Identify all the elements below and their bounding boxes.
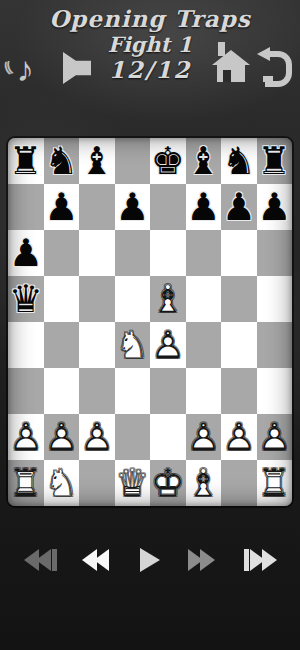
square-g3[interactable] — [221, 368, 257, 414]
white-pawn-g2: ♟♙ — [221, 414, 257, 460]
white-pawn-c2: ♟♙ — [79, 414, 115, 460]
white-bishop-e5: ♝♗ — [150, 276, 186, 322]
home-door — [223, 70, 231, 82]
lesson-subtitle: Fight 1 — [0, 32, 300, 57]
black-bishop-c8: ♝ — [79, 138, 115, 184]
square-h7[interactable]: ♟ — [257, 184, 293, 230]
square-d7[interactable]: ♟ — [115, 184, 151, 230]
square-f3[interactable] — [186, 368, 222, 414]
black-bishop-f8: ♝ — [186, 138, 222, 184]
black-rook-h8: ♜ — [257, 138, 293, 184]
square-b3[interactable] — [44, 368, 80, 414]
black-king-e8: ♚ — [150, 138, 186, 184]
square-f4[interactable] — [186, 322, 222, 368]
skip-to-end-button-bar-shape — [244, 549, 249, 571]
square-a2[interactable]: ♟♙ — [8, 414, 44, 460]
square-a1[interactable]: ♜♖ — [8, 460, 44, 506]
square-e1[interactable]: ♚♔ — [150, 460, 186, 506]
undo-icon[interactable] — [257, 46, 293, 86]
square-a8[interactable]: ♜ — [8, 138, 44, 184]
square-e8[interactable]: ♚ — [150, 138, 186, 184]
step-back-button-tri-left-shape — [94, 549, 109, 571]
white-rook-h1: ♜♖ — [257, 460, 293, 506]
square-f7[interactable]: ♟ — [186, 184, 222, 230]
square-h8[interactable]: ♜ — [257, 138, 293, 184]
black-rook-a8: ♜ — [8, 138, 44, 184]
white-knight-b1: ♞♘ — [44, 460, 80, 506]
square-f2[interactable]: ♟♙ — [186, 414, 222, 460]
square-e5[interactable]: ♝♗ — [150, 276, 186, 322]
skip-to-end-button-tri-right-shape — [262, 549, 277, 571]
square-d5[interactable] — [115, 276, 151, 322]
square-d8[interactable] — [115, 138, 151, 184]
square-g1[interactable] — [221, 460, 257, 506]
play-button-tri-play-shape — [140, 548, 160, 572]
square-a5[interactable]: ♛ — [8, 276, 44, 322]
app-screen: Opening Traps Fight 1 12/12 ♪(( ♜♞♝♚♝♞♜♟… — [0, 0, 300, 650]
square-e2[interactable] — [150, 414, 186, 460]
square-c4[interactable] — [79, 322, 115, 368]
square-e6[interactable] — [150, 230, 186, 276]
square-f8[interactable]: ♝ — [186, 138, 222, 184]
square-g4[interactable] — [221, 322, 257, 368]
black-pawn-g7: ♟ — [221, 184, 257, 230]
white-pawn-b2: ♟♙ — [44, 414, 80, 460]
square-h2[interactable]: ♟♙ — [257, 414, 293, 460]
square-a4[interactable] — [8, 322, 44, 368]
rewind-to-start-button-bar-shape — [52, 549, 57, 571]
undo-tail — [263, 76, 273, 82]
square-h4[interactable] — [257, 322, 293, 368]
square-c8[interactable]: ♝ — [79, 138, 115, 184]
square-a6[interactable]: ♟ — [8, 230, 44, 276]
white-pawn-h2: ♟♙ — [257, 414, 293, 460]
square-b4[interactable] — [44, 322, 80, 368]
move-progress-counter: 12/12 — [0, 56, 300, 83]
black-pawn-f7: ♟ — [186, 184, 222, 230]
white-bishop-f1: ♝♗ — [186, 460, 222, 506]
square-c2[interactable]: ♟♙ — [79, 414, 115, 460]
square-d3[interactable] — [115, 368, 151, 414]
square-b7[interactable]: ♟ — [44, 184, 80, 230]
playback-controls — [0, 545, 300, 577]
music-note-icon[interactable]: ♪(( — [8, 48, 42, 90]
black-knight-g8: ♞ — [221, 138, 257, 184]
black-queen-a5: ♛ — [8, 276, 44, 322]
skip-to-end-button[interactable] — [243, 545, 274, 575]
home-body — [217, 64, 245, 82]
undo-arrowhead — [257, 47, 270, 61]
square-g7[interactable]: ♟ — [221, 184, 257, 230]
step-back-button[interactable] — [85, 545, 109, 575]
white-queen-d1: ♛♕ — [115, 460, 151, 506]
white-pawn-a2: ♟♙ — [8, 414, 44, 460]
square-h5[interactable] — [257, 276, 293, 322]
music-note-glyph: ♪ — [16, 49, 34, 88]
black-pawn-h7: ♟ — [257, 184, 293, 230]
play-button[interactable] — [140, 545, 160, 575]
square-g5[interactable] — [221, 276, 257, 322]
square-d6[interactable] — [115, 230, 151, 276]
square-b2[interactable]: ♟♙ — [44, 414, 80, 460]
page-title: Opening Traps — [0, 5, 300, 32]
square-d2[interactable] — [115, 414, 151, 460]
square-b8[interactable]: ♞ — [44, 138, 80, 184]
square-c5[interactable] — [79, 276, 115, 322]
square-f5[interactable] — [186, 276, 222, 322]
black-pawn-d7: ♟ — [115, 184, 151, 230]
square-e7[interactable] — [150, 184, 186, 230]
square-a3[interactable] — [8, 368, 44, 414]
square-e3[interactable] — [150, 368, 186, 414]
square-e4[interactable]: ♟♙ — [150, 322, 186, 368]
square-b6[interactable] — [44, 230, 80, 276]
white-rook-a1: ♜♖ — [8, 460, 44, 506]
square-a7[interactable] — [8, 184, 44, 230]
black-knight-b8: ♞ — [44, 138, 80, 184]
home-roof — [212, 50, 250, 65]
chess-board: ♜♞♝♚♝♞♜♟♟♟♟♟♟♛♝♗♞♘♟♙♟♙♟♙♟♙♟♙♟♙♟♙♜♖♞♘♛♕♚♔… — [8, 138, 292, 506]
square-b1[interactable]: ♞♘ — [44, 460, 80, 506]
white-pawn-f2: ♟♙ — [186, 414, 222, 460]
square-h1[interactable]: ♜♖ — [257, 460, 293, 506]
square-g6[interactable] — [221, 230, 257, 276]
rewind-to-start-button-tri-left-shape — [36, 549, 51, 571]
square-h6[interactable] — [257, 230, 293, 276]
step-forward-button-tri-right-shape — [200, 549, 215, 571]
black-pawn-b7: ♟ — [44, 184, 80, 230]
white-king-e1: ♚♔ — [150, 460, 186, 506]
square-g2[interactable]: ♟♙ — [221, 414, 257, 460]
step-forward-button[interactable] — [188, 545, 212, 575]
square-h3[interactable] — [257, 368, 293, 414]
white-pawn-e4: ♟♙ — [150, 322, 186, 368]
rewind-to-start-button[interactable] — [27, 545, 58, 575]
square-f1[interactable]: ♝♗ — [186, 460, 222, 506]
square-c3[interactable] — [79, 368, 115, 414]
square-c1[interactable] — [79, 460, 115, 506]
white-knight-d4: ♞♘ — [115, 322, 151, 368]
square-d4[interactable]: ♞♘ — [115, 322, 151, 368]
square-g8[interactable]: ♞ — [221, 138, 257, 184]
square-b5[interactable] — [44, 276, 80, 322]
home-icon[interactable] — [212, 42, 250, 84]
square-c7[interactable] — [79, 184, 115, 230]
black-pawn-a6: ♟ — [8, 230, 44, 276]
square-d1[interactable]: ♛♕ — [115, 460, 151, 506]
square-c6[interactable] — [79, 230, 115, 276]
square-f6[interactable] — [186, 230, 222, 276]
